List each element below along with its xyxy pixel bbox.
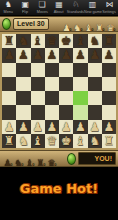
square-b7[interactable]: ♟ xyxy=(16,48,30,62)
square-b6[interactable] xyxy=(16,63,30,77)
toolbar-item-label: Flip xyxy=(22,10,28,14)
handshake-icon: ⋈ xyxy=(105,1,113,9)
white-rook: ♜ xyxy=(103,135,114,147)
black-queen: ♛ xyxy=(46,35,57,47)
white-king: ♚ xyxy=(61,135,72,147)
square-h1[interactable]: ♜ xyxy=(102,134,116,148)
black-pawn: ♟ xyxy=(75,49,86,61)
board-icon: ▥ xyxy=(89,1,97,9)
black-bishop: ♝ xyxy=(75,35,86,47)
square-a8[interactable]: ♜ xyxy=(2,34,16,48)
square-f7[interactable]: ♟ xyxy=(73,48,87,62)
toolbar-item-standards[interactable]: ♘ Standards xyxy=(68,1,83,14)
black-knight: ♞ xyxy=(89,35,100,47)
toolbar-item-settings[interactable]: ⋈ Settings xyxy=(102,1,117,14)
ad-banner-text: Game Hot! xyxy=(20,181,98,196)
toolbar-item-label: Standards xyxy=(67,10,84,14)
square-e7[interactable]: ♟ xyxy=(59,48,73,62)
captured-white-tray: ♟ 0 ♞ 0 ♝ 0 ♜ 0 ♛ 0 xyxy=(61,17,116,31)
square-c1[interactable]: ♝ xyxy=(31,134,45,148)
square-a1[interactable]: ♜ xyxy=(2,134,16,148)
toolbar-item-label: Menu xyxy=(4,10,13,14)
black-rook: ♜ xyxy=(4,35,15,47)
white-knight: ♞ xyxy=(18,135,29,147)
white-knight: ♞ xyxy=(89,135,100,147)
square-g1[interactable]: ♞ xyxy=(88,134,102,148)
toolbar-item-label: About xyxy=(54,10,64,14)
square-c2[interactable]: ♟ xyxy=(31,120,45,134)
square-c7[interactable]: ♟ xyxy=(31,48,45,62)
square-h8[interactable]: ♜ xyxy=(102,34,116,48)
square-g4[interactable] xyxy=(88,91,102,105)
white-rook: ♜ xyxy=(4,135,15,147)
captured-counter-white-knight: ♞ 0 xyxy=(72,17,83,31)
square-h5[interactable] xyxy=(102,77,116,91)
square-c5[interactable] xyxy=(31,77,45,91)
white-pawn: ♟ xyxy=(18,121,29,133)
chess-app: ♞ Menu ▣ Flip ❏ Moves ▦ About ♘ Standard… xyxy=(0,0,118,220)
qr-grid-icon: ▦ xyxy=(55,1,63,9)
square-f8[interactable]: ♝ xyxy=(73,34,87,48)
square-a3[interactable] xyxy=(2,105,16,119)
white-bishop: ♝ xyxy=(32,135,43,147)
captured-counter-white-queen: ♛ 0 xyxy=(105,17,116,31)
square-a4[interactable] xyxy=(2,91,16,105)
square-b1[interactable]: ♞ xyxy=(16,134,30,148)
captured-count: 0 xyxy=(54,161,56,166)
captured-counter-black-knight: ♞ 0 xyxy=(13,152,24,166)
toolbar-item-flip[interactable]: ▣ Flip xyxy=(18,1,33,14)
square-g3[interactable] xyxy=(88,105,102,119)
square-a5[interactable] xyxy=(2,77,16,91)
square-h6[interactable] xyxy=(102,63,116,77)
captured-black-tray: ♟ 0 ♞ 0 ♝ 0 ♜ 0 ♛ 0 xyxy=(2,152,57,166)
captured-counter-black-rook: ♜ 0 xyxy=(35,152,46,166)
square-g7[interactable]: ♟ xyxy=(88,48,102,62)
square-c8[interactable]: ♝ xyxy=(31,34,45,48)
white-pawn: ♟ xyxy=(89,121,100,133)
white-pawn: ♟ xyxy=(103,121,114,133)
black-pawn: ♟ xyxy=(61,49,72,61)
square-h2[interactable]: ♟ xyxy=(102,120,116,134)
toolbar-item-label: Moves xyxy=(37,10,48,14)
black-pawn: ♟ xyxy=(32,49,43,61)
square-g2[interactable]: ♟ xyxy=(88,120,102,134)
square-d4[interactable] xyxy=(45,91,59,105)
square-g6[interactable] xyxy=(88,63,102,77)
square-a7[interactable]: ♟ xyxy=(2,48,16,62)
toolbar-item-label: Settings xyxy=(103,10,117,14)
turn-indicator-you: YOU! xyxy=(78,152,116,165)
square-a6[interactable] xyxy=(2,63,16,77)
white-pawn: ♟ xyxy=(4,121,15,133)
chess-board: ♜♞♝♛♚♝♞♜♟♟♟♟♟♟♟♟♟♟♟♟♟♟♟♟♜♞♝♛♚♝♞♜ xyxy=(0,32,118,150)
square-b5[interactable] xyxy=(16,77,30,91)
black-pawn: ♟ xyxy=(89,49,100,61)
square-b2[interactable]: ♟ xyxy=(16,120,30,134)
knight-cursor-icon: ♞ xyxy=(5,1,12,9)
toolbar: ♞ Menu ▣ Flip ❏ Moves ▦ About ♘ Standard… xyxy=(0,0,118,16)
square-d6[interactable] xyxy=(45,63,59,77)
black-bishop: ♝ xyxy=(32,35,43,47)
black-knight: ♞ xyxy=(18,35,29,47)
square-e4[interactable] xyxy=(59,91,73,105)
player-strip: ♟ 0 ♞ 0 ♝ 0 ♜ 0 ♛ 0 YOU! xyxy=(0,150,118,167)
square-h3[interactable] xyxy=(102,105,116,119)
square-b3[interactable] xyxy=(16,105,30,119)
captured-counter-white-pawn: ♟ 0 xyxy=(61,17,72,31)
opponent-strip: Level 30 ♟ 0 ♞ 0 ♝ 0 ♜ 0 ♛ 0 xyxy=(0,16,118,32)
square-f4[interactable] xyxy=(73,91,87,105)
square-f6[interactable] xyxy=(73,63,87,77)
white-pawn: ♟ xyxy=(32,121,43,133)
white-queen: ♛ xyxy=(46,135,57,147)
black-king: ♚ xyxy=(61,35,72,47)
square-e1[interactable]: ♚ xyxy=(59,134,73,148)
captured-counter-black-bishop: ♝ 0 xyxy=(24,152,35,166)
shield-icon: ▣ xyxy=(21,1,29,9)
square-f5[interactable] xyxy=(73,77,87,91)
square-h7[interactable]: ♟ xyxy=(102,48,116,62)
toolbar-item-label: New game xyxy=(84,10,102,14)
square-b8[interactable]: ♞ xyxy=(16,34,30,48)
square-d2[interactable]: ♟ xyxy=(45,120,59,134)
captured-counter-black-queen: ♛ 0 xyxy=(46,152,57,166)
square-g8[interactable]: ♞ xyxy=(88,34,102,48)
toolbar-item-about[interactable]: ▦ About xyxy=(51,1,66,14)
square-d8[interactable]: ♛ xyxy=(45,34,59,48)
toolbar-item-new-game[interactable]: ▥ New game xyxy=(85,1,100,14)
player-avatar xyxy=(67,153,76,165)
square-e6[interactable] xyxy=(59,63,73,77)
black-rook: ♜ xyxy=(103,35,114,47)
square-c4[interactable] xyxy=(31,91,45,105)
square-d7[interactable]: ♟ xyxy=(45,48,59,62)
white-bishop: ♝ xyxy=(75,135,86,147)
captured-counter-white-bishop: ♝ 0 xyxy=(83,17,94,31)
square-e8[interactable]: ♚ xyxy=(59,34,73,48)
black-pawn: ♟ xyxy=(4,49,15,61)
ad-banner[interactable]: Game Hot! xyxy=(0,167,118,220)
square-b4[interactable] xyxy=(16,91,30,105)
square-c3[interactable] xyxy=(31,105,45,119)
square-e2[interactable]: ♟ xyxy=(59,120,73,134)
square-d3[interactable] xyxy=(45,105,59,119)
opponent-avatar xyxy=(2,18,11,30)
square-h4[interactable] xyxy=(102,91,116,105)
square-c6[interactable] xyxy=(31,63,45,77)
toolbar-item-menu[interactable]: ♞ Menu xyxy=(1,1,16,14)
white-pawn: ♟ xyxy=(46,121,57,133)
knight-icon: ♘ xyxy=(72,1,79,9)
captured-counter-white-rook: ♜ 0 xyxy=(94,17,105,31)
square-f3[interactable] xyxy=(73,105,87,119)
window-icon: ❏ xyxy=(39,1,46,9)
black-pawn: ♟ xyxy=(46,49,57,61)
square-a2[interactable]: ♟ xyxy=(2,120,16,134)
square-f2[interactable]: ♟ xyxy=(73,120,87,134)
square-e5[interactable] xyxy=(59,77,73,91)
captured-counter-black-pawn: ♟ 0 xyxy=(2,152,13,166)
black-pawn: ♟ xyxy=(103,49,114,61)
black-pawn: ♟ xyxy=(18,49,29,61)
square-f1[interactable]: ♝ xyxy=(73,134,87,148)
white-pawn: ♟ xyxy=(75,121,86,133)
square-d5[interactable] xyxy=(45,77,59,91)
square-d1[interactable]: ♛ xyxy=(45,134,59,148)
square-g5[interactable] xyxy=(88,77,102,91)
square-e3[interactable] xyxy=(59,105,73,119)
white-pawn: ♟ xyxy=(61,121,72,133)
toolbar-item-moves[interactable]: ❏ Moves xyxy=(35,1,50,14)
captured-count: 0 xyxy=(113,27,115,32)
opponent-level-badge: Level 30 xyxy=(13,18,49,30)
